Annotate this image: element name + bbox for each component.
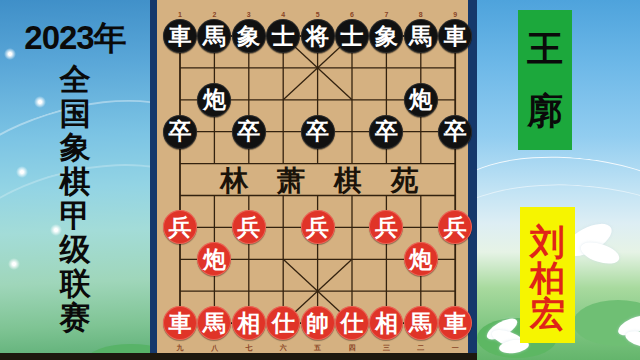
file-number-top: 9 <box>453 11 457 18</box>
piece-black-卒-f5r4[interactable]: 卒 <box>301 115 335 149</box>
piece-black-卒-f1r4[interactable]: 卒 <box>163 115 197 149</box>
piece-black-車-f1r1[interactable]: 車 <box>163 19 197 53</box>
stacked-char: 柏 <box>520 260 575 296</box>
piece-black-士-f4r1[interactable]: 士 <box>266 19 300 53</box>
file-number-top: 7 <box>384 11 388 18</box>
stacked-char: 廓 <box>518 80 572 142</box>
stacked-char: 象 <box>0 131 150 165</box>
event-title: 全国象棋甲级联赛 <box>0 63 150 335</box>
piece-red-帥-f5r10[interactable]: 帥 <box>301 306 335 340</box>
stacked-char: 赛 <box>0 301 150 335</box>
file-number-top: 1 <box>178 11 182 18</box>
screenshot-root: 2023年 全国象棋甲级联赛 王廓 刘柏宏 林萧棋苑123456789九八七六五… <box>0 0 640 360</box>
piece-black-卒-f3r4[interactable]: 卒 <box>232 115 266 149</box>
file-number-bottom: 八 <box>211 343 218 353</box>
board-left-edge <box>150 0 157 360</box>
piece-black-炮-f8r3[interactable]: 炮 <box>404 83 438 117</box>
file-number-top: 2 <box>212 11 216 18</box>
river-watermark-char: 苑 <box>391 162 419 200</box>
stacked-char: 棋 <box>0 165 150 199</box>
bottom-dark-strip <box>0 353 477 360</box>
river-watermark-char: 林 <box>220 162 248 200</box>
piece-black-将-f5r1[interactable]: 将 <box>301 19 335 53</box>
file-number-top: 8 <box>419 11 423 18</box>
xiangqi-board: 林萧棋苑123456789九八七六五四三二一車馬象士将士象馬車炮炮卒卒卒卒卒兵兵… <box>157 0 468 360</box>
piece-red-炮-f8r8[interactable]: 炮 <box>404 242 438 276</box>
stacked-char: 刘 <box>520 224 575 260</box>
file-number-top: 5 <box>316 11 320 18</box>
file-number-bottom: 二 <box>417 343 424 353</box>
stacked-char: 甲 <box>0 199 150 233</box>
stacked-char: 全 <box>0 63 150 97</box>
piece-black-卒-f9r4[interactable]: 卒 <box>438 115 472 149</box>
piece-red-兵-f5r7[interactable]: 兵 <box>301 210 335 244</box>
file-number-bottom: 四 <box>349 343 356 353</box>
piece-red-相-f3r10[interactable]: 相 <box>232 306 266 340</box>
board-right-edge <box>468 0 477 360</box>
file-number-top: 6 <box>350 11 354 18</box>
piece-black-炮-f2r3[interactable]: 炮 <box>197 83 231 117</box>
piece-red-車-f1r10[interactable]: 車 <box>163 306 197 340</box>
piece-black-士-f6r1[interactable]: 士 <box>335 19 369 53</box>
stacked-char: 宏 <box>520 296 575 332</box>
player-name-top: 王廓 <box>518 10 572 150</box>
piece-black-車-f9r1[interactable]: 車 <box>438 19 472 53</box>
stacked-char: 王 <box>518 18 572 80</box>
file-number-bottom: 五 <box>314 343 321 353</box>
piece-black-馬-f8r1[interactable]: 馬 <box>404 19 438 53</box>
river-watermark-char: 棋 <box>334 162 362 200</box>
river-watermark-char: 萧 <box>277 162 305 200</box>
piece-black-卒-f7r4[interactable]: 卒 <box>369 115 403 149</box>
stacked-char: 级 <box>0 233 150 267</box>
piece-black-象-f3r1[interactable]: 象 <box>232 19 266 53</box>
stacked-char: 联 <box>0 267 150 301</box>
file-number-bottom: 七 <box>245 343 252 353</box>
file-number-top: 3 <box>247 11 251 18</box>
file-number-top: 4 <box>281 11 285 18</box>
player-name-bottom: 刘柏宏 <box>520 207 575 343</box>
piece-red-仕-f6r10[interactable]: 仕 <box>335 306 369 340</box>
file-number-bottom: 一 <box>452 343 459 353</box>
file-number-bottom: 六 <box>280 343 287 353</box>
file-number-bottom: 三 <box>383 343 390 353</box>
event-year: 2023年 <box>0 16 150 61</box>
piece-red-兵-f3r7[interactable]: 兵 <box>232 210 266 244</box>
file-number-bottom: 九 <box>177 343 184 353</box>
piece-red-馬-f8r10[interactable]: 馬 <box>404 306 438 340</box>
stacked-char: 国 <box>0 97 150 131</box>
